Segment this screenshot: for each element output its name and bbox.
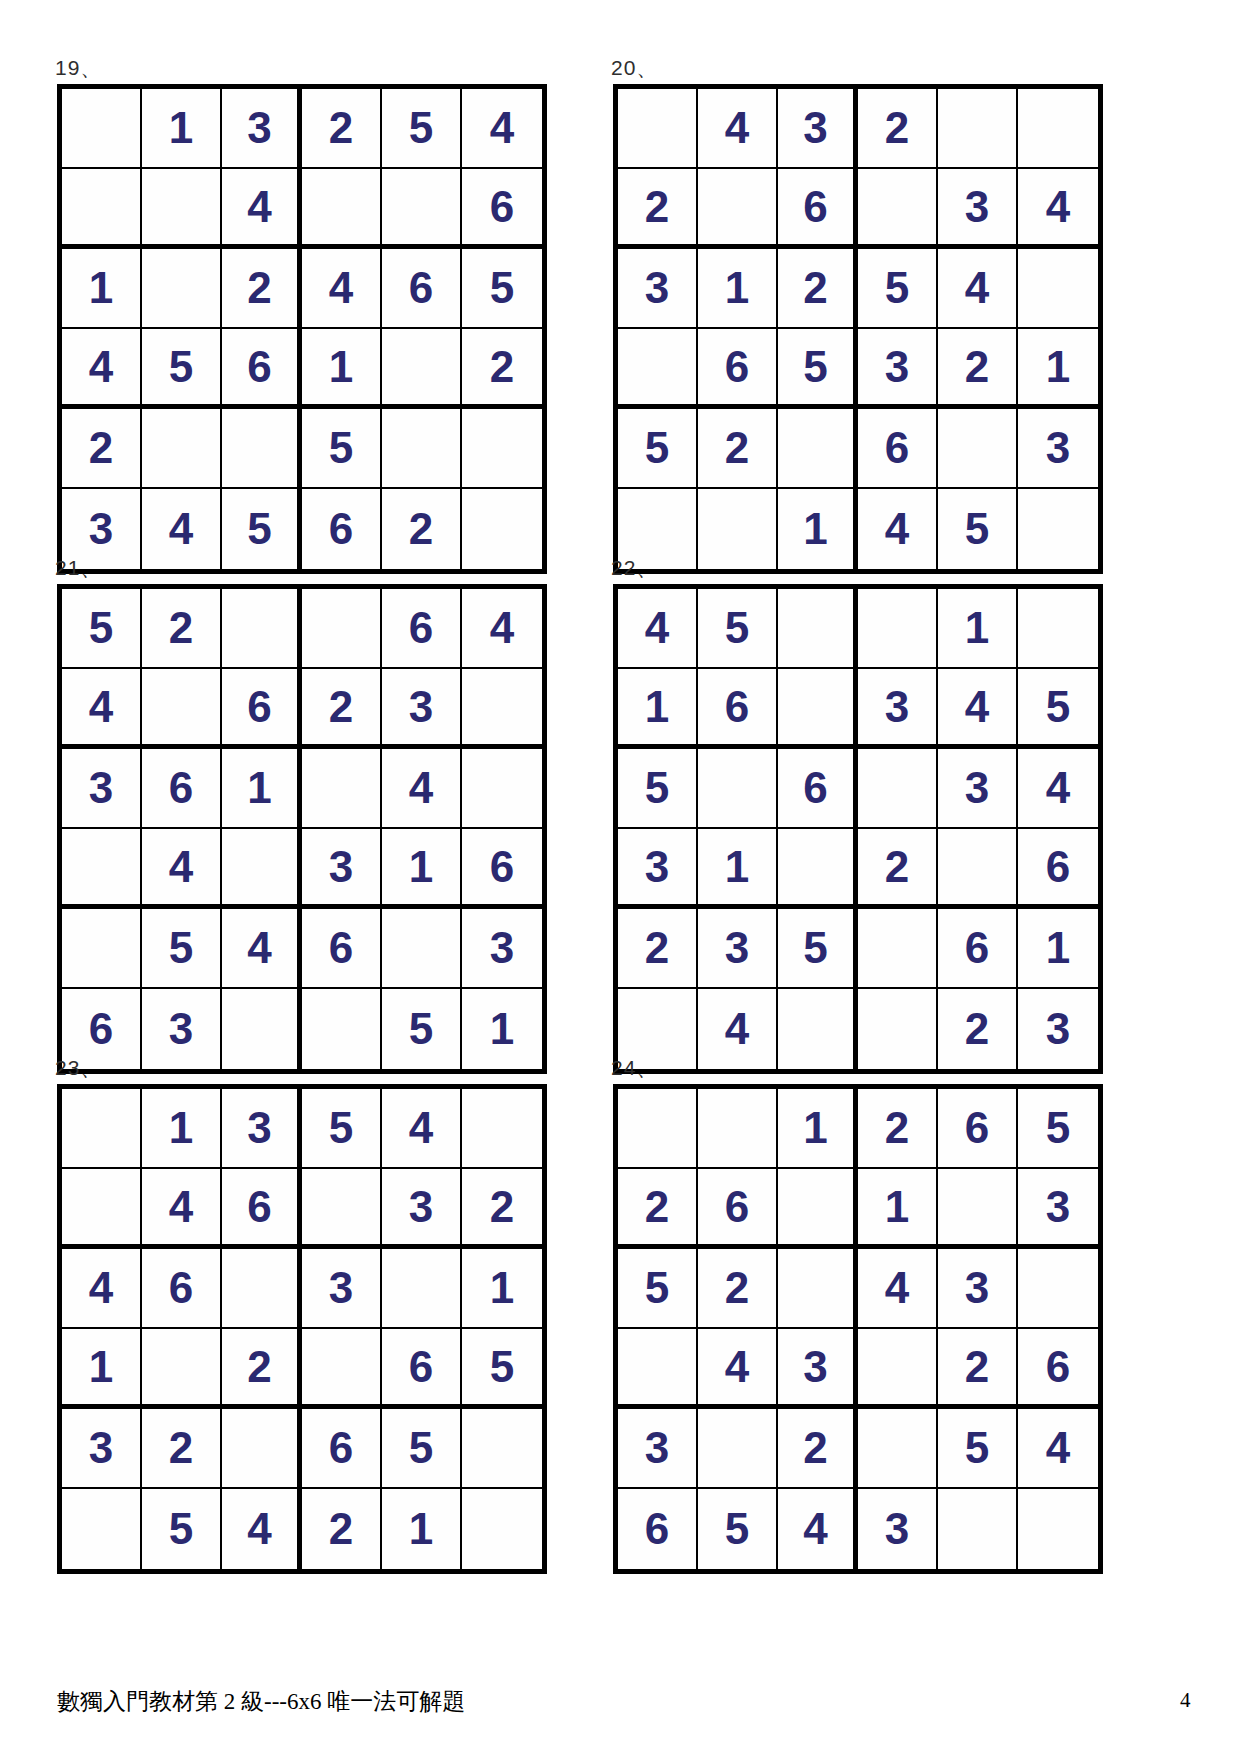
sudoku-cell: 1	[382, 1489, 462, 1569]
sudoku-cell	[698, 169, 778, 249]
sudoku-cell: 2	[302, 669, 382, 749]
sudoku-cell: 5	[62, 589, 142, 669]
sudoku-cell	[142, 1329, 222, 1409]
sudoku-cell: 3	[858, 669, 938, 749]
sudoku-cell: 1	[698, 249, 778, 329]
sudoku-cell	[382, 409, 462, 489]
sudoku-cell: 5	[698, 1489, 778, 1569]
puzzle-label: 24、	[611, 1054, 1103, 1078]
sudoku-cell	[302, 1329, 382, 1409]
sudoku-board: 126526135243432632546543	[613, 1084, 1103, 1574]
sudoku-cell: 6	[302, 909, 382, 989]
sudoku-cell: 4	[778, 1489, 858, 1569]
sudoku-cell: 5	[302, 1089, 382, 1169]
sudoku-cell	[938, 1489, 1018, 1569]
sudoku-cell: 2	[618, 1169, 698, 1249]
sudoku-cell: 3	[698, 909, 778, 989]
sudoku-cell: 5	[142, 909, 222, 989]
sudoku-cell	[858, 169, 938, 249]
sudoku-cell	[1018, 89, 1098, 169]
sudoku-board: 132544612465456122534562	[57, 84, 547, 574]
sudoku-cell: 6	[778, 749, 858, 829]
sudoku-cell: 6	[222, 329, 302, 409]
sudoku-cell	[142, 249, 222, 329]
sudoku-cell	[62, 89, 142, 169]
sudoku-board: 135446324631126532655421	[57, 1084, 547, 1574]
sudoku-cell	[462, 1489, 542, 1569]
sudoku-cell	[62, 1089, 142, 1169]
sudoku-cell: 4	[1018, 169, 1098, 249]
sudoku-cell	[302, 749, 382, 829]
sudoku-cell	[382, 1249, 462, 1329]
sudoku-cell: 1	[142, 89, 222, 169]
sudoku-cell: 3	[302, 829, 382, 909]
sudoku-cell: 2	[938, 329, 1018, 409]
sudoku-cell	[382, 169, 462, 249]
sudoku-cell	[938, 1169, 1018, 1249]
sudoku-cell: 6	[142, 1249, 222, 1329]
sudoku-cell	[462, 669, 542, 749]
sudoku-cell: 4	[382, 1089, 462, 1169]
sudoku-cell	[858, 749, 938, 829]
sudoku-cell	[618, 329, 698, 409]
sudoku-cell	[1018, 1489, 1098, 1569]
sudoku-cell	[462, 749, 542, 829]
sudoku-cell	[142, 669, 222, 749]
puzzle-label: 19、	[55, 54, 547, 78]
sudoku-cell: 4	[698, 89, 778, 169]
sudoku-cell: 2	[222, 249, 302, 329]
sudoku-cell: 5	[698, 589, 778, 669]
sudoku-cell: 4	[462, 589, 542, 669]
sudoku-cell: 5	[142, 1489, 222, 1569]
sudoku-cell: 3	[62, 1409, 142, 1489]
sudoku-puzzle: 24、 126526135243432632546543	[613, 1054, 1103, 1574]
sudoku-cell: 6	[382, 249, 462, 329]
sudoku-cell: 1	[382, 829, 462, 909]
sudoku-cell: 5	[618, 749, 698, 829]
footer-title: 數獨入門教材第 2 級---6x6 唯一法可解題	[57, 1686, 465, 1717]
sudoku-cell: 2	[858, 1089, 938, 1169]
sudoku-cell: 6	[698, 669, 778, 749]
sudoku-cell: 2	[142, 589, 222, 669]
sudoku-cell	[778, 409, 858, 489]
sudoku-cell	[1018, 249, 1098, 329]
sudoku-cell: 3	[382, 1169, 462, 1249]
sudoku-cell: 6	[618, 1489, 698, 1569]
sudoku-cell: 1	[858, 1169, 938, 1249]
sudoku-cell: 6	[462, 169, 542, 249]
sudoku-cell	[62, 1489, 142, 1569]
sudoku-cell	[62, 829, 142, 909]
sudoku-cell: 4	[382, 749, 462, 829]
sudoku-puzzle: 21、 526446233614431654636351	[57, 554, 547, 1074]
sudoku-cell: 6	[222, 1169, 302, 1249]
sudoku-cell: 2	[62, 409, 142, 489]
sudoku-cell: 5	[1018, 669, 1098, 749]
sudoku-cell: 6	[382, 589, 462, 669]
sudoku-cell: 2	[858, 89, 938, 169]
sudoku-cell	[62, 169, 142, 249]
sudoku-cell: 4	[222, 1489, 302, 1569]
sudoku-cell: 5	[618, 1249, 698, 1329]
sudoku-cell	[222, 1409, 302, 1489]
sudoku-cell	[462, 409, 542, 489]
sudoku-cell: 1	[462, 1249, 542, 1329]
sudoku-cell: 4	[222, 169, 302, 249]
sudoku-cell	[62, 909, 142, 989]
sudoku-cell: 6	[1018, 1329, 1098, 1409]
sudoku-cell	[222, 409, 302, 489]
sudoku-cell: 4	[618, 589, 698, 669]
sudoku-puzzle: 20、 432263431254653215263145	[613, 54, 1103, 574]
sudoku-cell: 3	[302, 1249, 382, 1329]
puzzle-label: 22、	[611, 554, 1103, 578]
sudoku-cell: 4	[302, 249, 382, 329]
puzzle-label: 21、	[55, 554, 547, 578]
sudoku-cell: 4	[62, 1249, 142, 1329]
sudoku-cell: 1	[1018, 909, 1098, 989]
sudoku-cell: 2	[302, 1489, 382, 1569]
sudoku-cell: 4	[142, 1169, 222, 1249]
sudoku-cell: 6	[142, 749, 222, 829]
sudoku-cell: 1	[142, 1089, 222, 1169]
sudoku-cell	[222, 1249, 302, 1329]
sudoku-cell: 3	[938, 1249, 1018, 1329]
sudoku-cell: 5	[382, 89, 462, 169]
sudoku-cell: 1	[302, 329, 382, 409]
sudoku-cell: 2	[462, 1169, 542, 1249]
sudoku-puzzle: 19、 132544612465456122534562	[57, 54, 547, 574]
puzzle-label: 20、	[611, 54, 1103, 78]
puzzle-label: 23、	[55, 1054, 547, 1078]
sudoku-cell: 2	[698, 409, 778, 489]
sudoku-cell: 3	[618, 829, 698, 909]
sudoku-cell: 1	[62, 1329, 142, 1409]
sudoku-cell: 3	[938, 169, 1018, 249]
sudoku-cell: 2	[618, 169, 698, 249]
sudoku-cell	[698, 749, 778, 829]
sudoku-cell: 1	[62, 249, 142, 329]
sudoku-cell: 6	[698, 329, 778, 409]
sudoku-cell: 2	[222, 1329, 302, 1409]
sudoku-cell	[302, 169, 382, 249]
sudoku-cell: 5	[618, 409, 698, 489]
sudoku-cell	[858, 1409, 938, 1489]
sudoku-cell: 6	[222, 669, 302, 749]
sudoku-cell	[222, 589, 302, 669]
sudoku-cell: 3	[382, 669, 462, 749]
sudoku-cell	[618, 1089, 698, 1169]
sudoku-cell: 4	[858, 1249, 938, 1329]
sudoku-cell: 4	[142, 829, 222, 909]
sudoku-cell: 3	[462, 909, 542, 989]
sudoku-cell	[618, 1329, 698, 1409]
sudoku-cell: 2	[778, 1409, 858, 1489]
sudoku-cell: 3	[618, 249, 698, 329]
sudoku-cell: 3	[1018, 409, 1098, 489]
sudoku-cell	[382, 329, 462, 409]
sudoku-cell: 6	[938, 909, 1018, 989]
sudoku-cell: 6	[1018, 829, 1098, 909]
sudoku-cell: 5	[382, 1409, 462, 1489]
sudoku-cell: 2	[858, 829, 938, 909]
sudoku-cell: 1	[1018, 329, 1098, 409]
sudoku-cell	[778, 1249, 858, 1329]
sudoku-cell	[858, 909, 938, 989]
sudoku-puzzle: 22、 451163455634312623561423	[613, 554, 1103, 1074]
sudoku-cell	[938, 409, 1018, 489]
sudoku-cell: 4	[62, 329, 142, 409]
sudoku-cell: 4	[1018, 749, 1098, 829]
sudoku-cell: 3	[62, 749, 142, 829]
sudoku-cell	[938, 89, 1018, 169]
sudoku-cell: 4	[222, 909, 302, 989]
sudoku-cell: 5	[462, 249, 542, 329]
sudoku-cell	[62, 1169, 142, 1249]
sudoku-cell: 5	[302, 409, 382, 489]
sudoku-cell: 3	[778, 1329, 858, 1409]
sudoku-cell: 3	[858, 1489, 938, 1569]
sudoku-cell: 3	[778, 89, 858, 169]
sudoku-cell: 4	[1018, 1409, 1098, 1489]
sudoku-board: 451163455634312623561423	[613, 584, 1103, 1074]
sudoku-cell	[778, 829, 858, 909]
sudoku-cell: 1	[698, 829, 778, 909]
sudoku-cell: 4	[62, 669, 142, 749]
sudoku-cell: 6	[938, 1089, 1018, 1169]
sudoku-cell: 6	[778, 169, 858, 249]
sudoku-cell	[698, 1089, 778, 1169]
sudoku-cell	[618, 89, 698, 169]
sudoku-board: 432263431254653215263145	[613, 84, 1103, 574]
sudoku-cell	[462, 1409, 542, 1489]
sudoku-cell: 4	[698, 1329, 778, 1409]
sudoku-cell: 6	[302, 1409, 382, 1489]
sudoku-cell	[698, 1409, 778, 1489]
sudoku-cell	[938, 829, 1018, 909]
sudoku-cell: 2	[462, 329, 542, 409]
sudoku-cell	[382, 909, 462, 989]
sudoku-cell: 2	[938, 1329, 1018, 1409]
sudoku-cell: 4	[938, 669, 1018, 749]
sudoku-cell: 2	[142, 1409, 222, 1489]
sudoku-cell: 3	[1018, 1169, 1098, 1249]
sudoku-cell: 1	[222, 749, 302, 829]
sudoku-cell: 2	[698, 1249, 778, 1329]
sudoku-cell: 1	[618, 669, 698, 749]
sudoku-cell	[778, 589, 858, 669]
sudoku-cell: 5	[142, 329, 222, 409]
sudoku-cell	[778, 669, 858, 749]
sudoku-puzzle: 23、 135446324631126532655421	[57, 1054, 547, 1574]
sudoku-cell: 3	[938, 749, 1018, 829]
sudoku-cell: 4	[938, 249, 1018, 329]
sudoku-cell	[462, 1089, 542, 1169]
sudoku-cell: 3	[858, 329, 938, 409]
sudoku-cell: 6	[698, 1169, 778, 1249]
sudoku-cell	[222, 829, 302, 909]
sudoku-cell: 2	[618, 909, 698, 989]
sudoku-cell	[142, 409, 222, 489]
sudoku-cell: 3	[222, 89, 302, 169]
sudoku-cell: 2	[302, 89, 382, 169]
sudoku-cell	[302, 589, 382, 669]
sudoku-cell: 5	[462, 1329, 542, 1409]
sudoku-cell	[142, 169, 222, 249]
sudoku-cell: 4	[462, 89, 542, 169]
sudoku-cell	[858, 1329, 938, 1409]
page-number: 4	[1180, 1688, 1191, 1713]
sudoku-cell	[1018, 589, 1098, 669]
sudoku-cell: 3	[618, 1409, 698, 1489]
sudoku-cell: 5	[1018, 1089, 1098, 1169]
sudoku-cell: 6	[462, 829, 542, 909]
sudoku-board: 526446233614431654636351	[57, 584, 547, 1074]
sudoku-cell: 6	[858, 409, 938, 489]
sudoku-cell: 5	[778, 329, 858, 409]
sudoku-cell	[858, 589, 938, 669]
sudoku-cell	[778, 1169, 858, 1249]
sudoku-cell: 5	[858, 249, 938, 329]
sudoku-cell: 1	[938, 589, 1018, 669]
worksheet-page: { "game": "sudoku", "variant": "6x6 sudo…	[0, 0, 1240, 1755]
sudoku-cell: 5	[778, 909, 858, 989]
sudoku-cell	[302, 1169, 382, 1249]
sudoku-cell: 6	[382, 1329, 462, 1409]
sudoku-cell: 1	[778, 1089, 858, 1169]
sudoku-cell: 2	[778, 249, 858, 329]
sudoku-cell: 5	[938, 1409, 1018, 1489]
sudoku-cell	[1018, 1249, 1098, 1329]
sudoku-cell: 3	[222, 1089, 302, 1169]
